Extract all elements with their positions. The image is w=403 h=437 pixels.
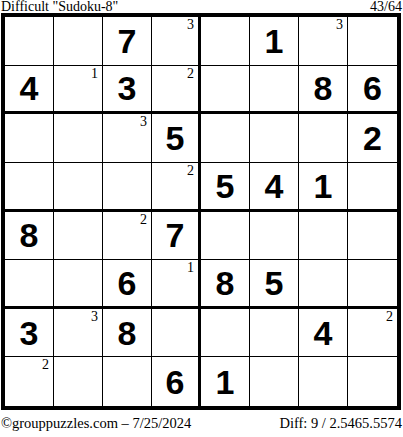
cell-r4c6[interactable]: 4: [250, 163, 299, 212]
cell-r1c6[interactable]: 1: [250, 17, 299, 66]
cell-r2c7[interactable]: 8: [299, 66, 348, 115]
cell-r4c1[interactable]: [5, 163, 54, 212]
cell-r3c1[interactable]: [5, 114, 54, 163]
given-digit: 1: [265, 24, 284, 58]
cell-r3c8[interactable]: 2: [348, 114, 397, 163]
corner-mark: 2: [42, 358, 49, 372]
cell-r1c8[interactable]: [348, 17, 397, 66]
given-digit: 8: [216, 266, 235, 300]
given-digit: 6: [363, 71, 382, 105]
cell-r8c7[interactable]: [299, 357, 348, 406]
cell-r2c6[interactable]: [250, 66, 299, 115]
given-digit: 8: [20, 218, 39, 252]
cell-r4c8[interactable]: [348, 163, 397, 212]
cell-r5c7[interactable]: [299, 212, 348, 261]
cell-r2c5[interactable]: [201, 66, 250, 115]
cell-r8c8[interactable]: [348, 357, 397, 406]
given-digit: 1: [216, 365, 235, 399]
cell-r4c2[interactable]: [54, 163, 103, 212]
corner-mark: 3: [336, 18, 343, 32]
cell-r7c8[interactable]: 2: [348, 309, 397, 358]
cell-r8c6[interactable]: [250, 357, 299, 406]
given-digit: 3: [118, 71, 137, 105]
corner-mark: 3: [187, 18, 194, 32]
given-digit: 4: [265, 169, 284, 203]
cell-r1c1[interactable]: [5, 17, 54, 66]
given-digit: 1: [314, 169, 333, 203]
cell-r6c3[interactable]: 6: [103, 260, 152, 309]
given-digit: 3: [20, 316, 39, 350]
cell-r4c3[interactable]: [103, 163, 152, 212]
given-digit: 5: [265, 266, 284, 300]
cell-r5c6[interactable]: [250, 212, 299, 261]
cell-r6c5[interactable]: 8: [201, 260, 250, 309]
difficulty-text: Diff: 9 / 2.5465.5574: [279, 414, 402, 432]
corner-mark: 2: [386, 310, 393, 324]
cell-r6c8[interactable]: [348, 260, 397, 309]
given-digit: 8: [118, 316, 137, 350]
puzzle-page: Difficult "Sudoku-8" 43/64 7313413286352…: [0, 0, 403, 437]
cell-r7c7[interactable]: 4: [299, 309, 348, 358]
cell-r3c5[interactable]: [201, 114, 250, 163]
given-digit: 6: [166, 365, 185, 399]
cell-r2c4[interactable]: 2: [152, 66, 201, 115]
given-digit: 4: [314, 316, 333, 350]
cell-r3c6[interactable]: [250, 114, 299, 163]
cell-r1c2[interactable]: [54, 17, 103, 66]
cell-r8c3[interactable]: [103, 357, 152, 406]
cell-r3c4[interactable]: 5: [152, 114, 201, 163]
puzzle-title: Difficult "Sudoku-8": [1, 0, 118, 13]
cell-r3c2[interactable]: [54, 114, 103, 163]
cell-r6c1[interactable]: [5, 260, 54, 309]
cell-r6c4[interactable]: 1: [152, 260, 201, 309]
cell-r5c3[interactable]: 2: [103, 212, 152, 261]
cell-r5c2[interactable]: [54, 212, 103, 261]
given-digit: 7: [166, 218, 185, 252]
given-digit: 5: [216, 169, 235, 203]
cell-r2c2[interactable]: 1: [54, 66, 103, 115]
cell-r1c7[interactable]: 3: [299, 17, 348, 66]
cell-r5c8[interactable]: [348, 212, 397, 261]
cell-r8c1[interactable]: 2: [5, 357, 54, 406]
copyright-text: ©grouppuzzles.com – 7/25/2024: [1, 414, 191, 432]
header-row: Difficult "Sudoku-8" 43/64: [1, 0, 402, 13]
given-digit: 4: [20, 71, 39, 105]
footer-row: ©grouppuzzles.com – 7/25/2024 Diff: 9 / …: [1, 414, 402, 432]
given-digit: 7: [118, 24, 137, 58]
cell-r8c4[interactable]: 6: [152, 357, 201, 406]
cell-r7c6[interactable]: [250, 309, 299, 358]
cell-r8c5[interactable]: 1: [201, 357, 250, 406]
corner-mark: 2: [140, 213, 147, 227]
puzzle-counter: 43/64: [370, 0, 402, 13]
cell-r7c5[interactable]: [201, 309, 250, 358]
cell-r1c3[interactable]: 7: [103, 17, 152, 66]
cell-r3c3[interactable]: 3: [103, 114, 152, 163]
cell-r4c4[interactable]: 2: [152, 163, 201, 212]
corner-mark: 1: [187, 261, 194, 275]
cell-r5c4[interactable]: 7: [152, 212, 201, 261]
cell-r5c5[interactable]: [201, 212, 250, 261]
sudoku-board: 73134132863522541827618533842261: [1, 13, 401, 410]
corner-mark: 2: [187, 164, 194, 178]
corner-mark: 3: [91, 310, 98, 324]
corner-mark: 3: [140, 115, 147, 129]
corner-mark: 1: [91, 67, 98, 81]
cell-r7c4[interactable]: [152, 309, 201, 358]
cell-r7c1[interactable]: 3: [5, 309, 54, 358]
cell-r1c5[interactable]: [201, 17, 250, 66]
given-digit: 2: [363, 121, 382, 155]
cell-r4c7[interactable]: 1: [299, 163, 348, 212]
given-digit: 6: [118, 266, 137, 300]
cell-r5c1[interactable]: 8: [5, 212, 54, 261]
cell-r4c5[interactable]: 5: [201, 163, 250, 212]
given-digit: 8: [314, 71, 333, 105]
cell-r2c8[interactable]: 6: [348, 66, 397, 115]
given-digit: 5: [166, 121, 185, 155]
corner-mark: 2: [187, 67, 194, 81]
cell-r2c1[interactable]: 4: [5, 66, 54, 115]
cell-r2c3[interactable]: 3: [103, 66, 152, 115]
cell-r6c6[interactable]: 5: [250, 260, 299, 309]
cell-r7c2[interactable]: 3: [54, 309, 103, 358]
cell-r3c7[interactable]: [299, 114, 348, 163]
cell-r6c7[interactable]: [299, 260, 348, 309]
cell-r1c4[interactable]: 3: [152, 17, 201, 66]
cell-r7c3[interactable]: 8: [103, 309, 152, 358]
cell-r8c2[interactable]: [54, 357, 103, 406]
cell-r6c2[interactable]: [54, 260, 103, 309]
